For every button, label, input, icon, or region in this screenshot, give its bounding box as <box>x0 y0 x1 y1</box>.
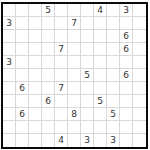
cell-r3c5[interactable] <box>55 30 68 43</box>
clue-digit: 7 <box>71 18 77 27</box>
cell-r7c5[interactable]: 7 <box>55 82 68 95</box>
cell-r1c9[interactable] <box>107 4 120 17</box>
cell-r10c4[interactable] <box>42 121 55 134</box>
cell-r3c1[interactable] <box>3 30 16 43</box>
clue-digit: 3 <box>110 136 116 145</box>
cell-r8c4[interactable]: 6 <box>42 95 55 108</box>
cell-r2c7[interactable] <box>81 17 94 30</box>
clue-digit: 6 <box>19 109 25 118</box>
cell-r3c6[interactable] <box>68 30 81 43</box>
clue-digit: 5 <box>110 109 116 118</box>
cell-r5c5[interactable] <box>55 56 68 69</box>
cell-r9c11[interactable] <box>133 108 146 121</box>
cell-r6c10[interactable]: 6 <box>120 69 133 82</box>
clue-digit: 7 <box>58 83 64 92</box>
clue-digit: 6 <box>19 83 25 92</box>
cell-r7c10[interactable] <box>120 82 133 95</box>
cell-r4c2[interactable] <box>16 43 29 56</box>
cell-r6c4[interactable] <box>42 69 55 82</box>
cell-r9c5[interactable] <box>55 108 68 121</box>
cell-r10c2[interactable] <box>16 121 29 134</box>
cell-r8c2[interactable] <box>16 95 29 108</box>
cell-r2c4[interactable] <box>42 17 55 30</box>
cell-r4c3[interactable] <box>29 43 42 56</box>
cell-r6c3[interactable] <box>29 69 42 82</box>
cell-r3c4[interactable] <box>42 30 55 43</box>
cell-r4c1[interactable] <box>3 43 16 56</box>
clue-digit: 3 <box>6 18 12 27</box>
cell-r4c7[interactable] <box>81 43 94 56</box>
cell-r6c5[interactable] <box>55 69 68 82</box>
cell-r2c11[interactable] <box>133 17 146 30</box>
cell-r10c8[interactable] <box>94 121 107 134</box>
cell-r6c1[interactable] <box>3 69 16 82</box>
cell-r7c2[interactable]: 6 <box>16 82 29 95</box>
cell-r3c9[interactable] <box>107 30 120 43</box>
cell-r1c7[interactable] <box>81 4 94 17</box>
cell-r1c5[interactable] <box>55 4 68 17</box>
clue-digit: 3 <box>123 5 129 14</box>
cell-r3c2[interactable] <box>16 30 29 43</box>
clue-digit: 6 <box>123 31 129 40</box>
cell-r1c10[interactable]: 3 <box>120 4 133 17</box>
cell-r10c3[interactable] <box>29 121 42 134</box>
cell-r2c10[interactable] <box>120 17 133 30</box>
cell-r10c9[interactable] <box>107 121 120 134</box>
cell-r9c7[interactable] <box>81 108 94 121</box>
cell-r5c10[interactable] <box>120 56 133 69</box>
cell-r7c4[interactable] <box>42 82 55 95</box>
clue-digit: 4 <box>58 136 64 145</box>
cell-r2c6[interactable]: 7 <box>68 17 81 30</box>
clue-digit: 6 <box>123 44 129 53</box>
clue-digit: 3 <box>84 136 90 145</box>
cell-r1c1[interactable] <box>3 4 16 17</box>
cell-r5c3[interactable] <box>29 56 42 69</box>
cell-r5c2[interactable] <box>16 56 29 69</box>
cell-r3c10[interactable]: 6 <box>120 30 133 43</box>
cell-r8c8[interactable]: 5 <box>94 95 107 108</box>
cell-r1c6[interactable] <box>68 4 81 17</box>
cell-r9c9[interactable]: 5 <box>107 108 120 121</box>
cell-r1c4[interactable]: 5 <box>42 4 55 17</box>
cell-r4c11[interactable] <box>133 43 146 56</box>
cell-r6c8[interactable] <box>94 69 107 82</box>
cell-r7c1[interactable] <box>3 82 16 95</box>
cell-r5c6[interactable] <box>68 56 81 69</box>
cell-r7c6[interactable] <box>68 82 81 95</box>
cell-r1c3[interactable] <box>29 4 42 17</box>
cell-r8c3[interactable] <box>29 95 42 108</box>
cell-r4c4[interactable] <box>42 43 55 56</box>
cell-r1c2[interactable] <box>16 4 29 17</box>
clue-digit: 8 <box>71 109 77 118</box>
cell-r7c9[interactable] <box>107 82 120 95</box>
cell-r11c4[interactable] <box>42 134 55 147</box>
cell-r6c11[interactable] <box>133 69 146 82</box>
cell-r11c8[interactable] <box>94 134 107 147</box>
cell-r2c2[interactable] <box>16 17 29 30</box>
cell-r6c7[interactable]: 5 <box>81 69 94 82</box>
cell-r10c6[interactable] <box>68 121 81 134</box>
cell-r8c1[interactable] <box>3 95 16 108</box>
cell-r9c4[interactable] <box>42 108 55 121</box>
cell-r5c8[interactable] <box>94 56 107 69</box>
clue-digit: 6 <box>123 70 129 79</box>
cell-r4c8[interactable] <box>94 43 107 56</box>
clue-digit: 6 <box>45 96 51 105</box>
cell-r8c7[interactable] <box>81 95 94 108</box>
cell-r11c11[interactable] <box>133 134 146 147</box>
cell-r3c8[interactable] <box>94 30 107 43</box>
cell-r9c6[interactable]: 8 <box>68 108 81 121</box>
cell-r4c9[interactable] <box>107 43 120 56</box>
cell-r8c6[interactable] <box>68 95 81 108</box>
clue-digit: 4 <box>97 5 103 14</box>
cell-r11c7[interactable]: 3 <box>81 134 94 147</box>
cell-r11c2[interactable] <box>16 134 29 147</box>
cell-r9c2[interactable]: 6 <box>16 108 29 121</box>
cell-r2c8[interactable] <box>94 17 107 30</box>
cell-r6c6[interactable] <box>68 69 81 82</box>
cell-r9c1[interactable] <box>3 108 16 121</box>
cell-r2c9[interactable] <box>107 17 120 30</box>
clue-digit: 7 <box>58 44 64 53</box>
cell-r11c6[interactable] <box>68 134 81 147</box>
cell-r1c8[interactable]: 4 <box>94 4 107 17</box>
cell-r3c11[interactable] <box>133 30 146 43</box>
cell-r10c11[interactable] <box>133 121 146 134</box>
cell-r10c10[interactable] <box>120 121 133 134</box>
clue-digit: 3 <box>6 57 12 66</box>
cell-r4c6[interactable] <box>68 43 81 56</box>
cell-r8c5[interactable] <box>55 95 68 108</box>
cell-r5c1[interactable]: 3 <box>3 56 16 69</box>
cell-r11c1[interactable] <box>3 134 16 147</box>
cell-r5c9[interactable] <box>107 56 120 69</box>
cell-r4c10[interactable]: 6 <box>120 43 133 56</box>
cell-r1c11[interactable] <box>133 4 146 17</box>
clue-digit: 5 <box>45 5 51 14</box>
clue-digit: 5 <box>97 96 103 105</box>
cell-r9c3[interactable] <box>29 108 42 121</box>
cell-r8c10[interactable] <box>120 95 133 108</box>
cell-r11c9[interactable]: 3 <box>107 134 120 147</box>
cell-r11c3[interactable] <box>29 134 42 147</box>
cell-r11c5[interactable]: 4 <box>55 134 68 147</box>
cell-r5c4[interactable] <box>42 56 55 69</box>
cell-r5c7[interactable] <box>81 56 94 69</box>
cell-r7c3[interactable] <box>29 82 42 95</box>
cell-r6c2[interactable] <box>16 69 29 82</box>
cell-r2c3[interactable] <box>29 17 42 30</box>
cell-r6c9[interactable] <box>107 69 120 82</box>
cell-r2c5[interactable] <box>55 17 68 30</box>
puzzle-board: 543376763566765685433 <box>1 2 148 149</box>
cell-r7c7[interactable] <box>81 82 94 95</box>
cell-r11c10[interactable] <box>120 134 133 147</box>
cell-r10c5[interactable] <box>55 121 68 134</box>
cell-r9c8[interactable] <box>94 108 107 121</box>
cell-r3c7[interactable] <box>81 30 94 43</box>
cell-r9c10[interactable] <box>120 108 133 121</box>
cell-r3c3[interactable] <box>29 30 42 43</box>
cell-r8c9[interactable] <box>107 95 120 108</box>
cell-r5c11[interactable] <box>133 56 146 69</box>
clue-digit: 5 <box>84 70 90 79</box>
cell-r7c11[interactable] <box>133 82 146 95</box>
cell-r10c1[interactable] <box>3 121 16 134</box>
cell-r2c1[interactable]: 3 <box>3 17 16 30</box>
cell-r8c11[interactable] <box>133 95 146 108</box>
cell-r7c8[interactable] <box>94 82 107 95</box>
cell-r4c5[interactable]: 7 <box>55 43 68 56</box>
cell-r10c7[interactable] <box>81 121 94 134</box>
